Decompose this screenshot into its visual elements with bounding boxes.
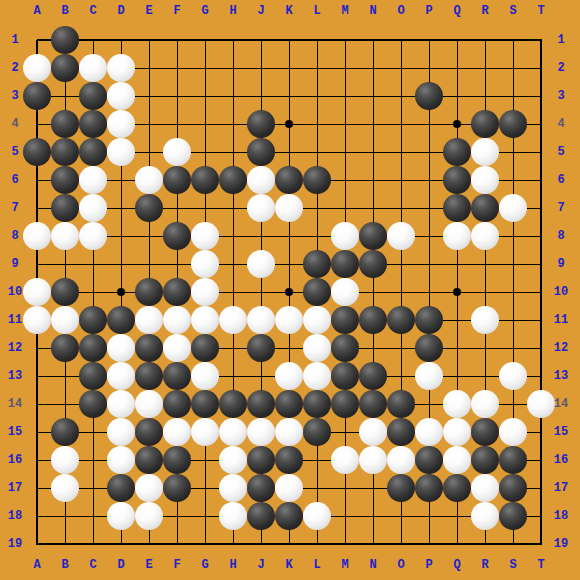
black-stone-R16[interactable]	[471, 446, 499, 474]
col-label-bottom-Q: Q	[453, 559, 460, 571]
black-stone-C4[interactable]	[79, 110, 107, 138]
row-label-right-12: 12	[554, 342, 568, 354]
white-stone-B8[interactable]	[51, 222, 79, 250]
white-stone-K7[interactable]	[275, 194, 303, 222]
black-stone-J17[interactable]	[247, 474, 275, 502]
black-stone-G14[interactable]	[191, 390, 219, 418]
black-stone-H14[interactable]	[219, 390, 247, 418]
row-label-left-16: 16	[8, 454, 22, 466]
black-stone-A3[interactable]	[23, 82, 51, 110]
white-stone-J6[interactable]	[247, 166, 275, 194]
white-stone-K11[interactable]	[275, 306, 303, 334]
white-stone-F15[interactable]	[163, 418, 191, 446]
black-stone-B4[interactable]	[51, 110, 79, 138]
white-stone-N15[interactable]	[359, 418, 387, 446]
white-stone-F5[interactable]	[163, 138, 191, 166]
col-label-bottom-K: K	[285, 559, 292, 571]
white-stone-D12[interactable]	[107, 334, 135, 362]
grid-vline	[540, 40, 542, 545]
row-label-right-14: 14	[554, 398, 568, 410]
white-stone-J9[interactable]	[247, 250, 275, 278]
row-label-right-2: 2	[557, 62, 564, 74]
col-label-top-A: A	[33, 5, 40, 17]
black-stone-P11[interactable]	[415, 306, 443, 334]
white-stone-E18[interactable]	[135, 502, 163, 530]
black-stone-M11[interactable]	[331, 306, 359, 334]
white-stone-P13[interactable]	[415, 362, 443, 390]
white-stone-Q15[interactable]	[443, 418, 471, 446]
col-label-top-D: D	[117, 5, 124, 17]
black-stone-J12[interactable]	[247, 334, 275, 362]
col-label-top-T: T	[537, 5, 544, 17]
black-stone-C14[interactable]	[79, 390, 107, 418]
black-stone-G12[interactable]	[191, 334, 219, 362]
white-stone-G10[interactable]	[191, 278, 219, 306]
col-label-top-M: M	[341, 5, 348, 17]
black-stone-E7[interactable]	[135, 194, 163, 222]
white-stone-T14[interactable]	[527, 390, 555, 418]
black-stone-P12[interactable]	[415, 334, 443, 362]
row-label-right-1: 1	[557, 34, 564, 46]
row-label-right-4: 4	[557, 118, 564, 130]
black-stone-A5[interactable]	[23, 138, 51, 166]
white-stone-D4[interactable]	[107, 110, 135, 138]
black-stone-P17[interactable]	[415, 474, 443, 502]
black-stone-E10[interactable]	[135, 278, 163, 306]
white-stone-M8[interactable]	[331, 222, 359, 250]
col-label-bottom-S: S	[509, 559, 516, 571]
white-stone-H17[interactable]	[219, 474, 247, 502]
black-stone-M13[interactable]	[331, 362, 359, 390]
white-stone-M16[interactable]	[331, 446, 359, 474]
white-stone-A10[interactable]	[23, 278, 51, 306]
white-stone-J15[interactable]	[247, 418, 275, 446]
black-stone-Q7[interactable]	[443, 194, 471, 222]
col-label-bottom-G: G	[201, 559, 208, 571]
black-stone-E15[interactable]	[135, 418, 163, 446]
col-label-bottom-R: R	[481, 559, 488, 571]
black-stone-B2[interactable]	[51, 54, 79, 82]
black-stone-O11[interactable]	[387, 306, 415, 334]
black-stone-Q5[interactable]	[443, 138, 471, 166]
col-label-bottom-B: B	[61, 559, 68, 571]
col-label-bottom-L: L	[313, 559, 320, 571]
row-label-left-5: 5	[11, 146, 18, 158]
col-label-top-F: F	[173, 5, 180, 17]
black-stone-F8[interactable]	[163, 222, 191, 250]
black-stone-P3[interactable]	[415, 82, 443, 110]
col-label-top-H: H	[229, 5, 236, 17]
black-stone-S18[interactable]	[499, 502, 527, 530]
white-stone-L13[interactable]	[303, 362, 331, 390]
col-label-bottom-F: F	[173, 559, 180, 571]
col-label-top-Q: Q	[453, 5, 460, 17]
white-stone-C2[interactable]	[79, 54, 107, 82]
white-stone-G8[interactable]	[191, 222, 219, 250]
white-stone-C8[interactable]	[79, 222, 107, 250]
white-stone-E14[interactable]	[135, 390, 163, 418]
black-stone-O15[interactable]	[387, 418, 415, 446]
row-label-left-11: 11	[8, 314, 22, 326]
black-stone-O14[interactable]	[387, 390, 415, 418]
white-stone-R18[interactable]	[471, 502, 499, 530]
white-stone-F11[interactable]	[163, 306, 191, 334]
white-stone-G9[interactable]	[191, 250, 219, 278]
black-stone-D17[interactable]	[107, 474, 135, 502]
row-label-right-11: 11	[554, 314, 568, 326]
black-stone-F17[interactable]	[163, 474, 191, 502]
hoshi-point-Q10	[453, 288, 461, 296]
black-stone-G6[interactable]	[191, 166, 219, 194]
black-stone-M14[interactable]	[331, 390, 359, 418]
black-stone-C5[interactable]	[79, 138, 107, 166]
col-label-top-N: N	[369, 5, 376, 17]
col-label-top-R: R	[481, 5, 488, 17]
col-label-bottom-J: J	[257, 559, 264, 571]
black-stone-M9[interactable]	[331, 250, 359, 278]
row-label-left-7: 7	[11, 202, 18, 214]
white-stone-G11[interactable]	[191, 306, 219, 334]
black-stone-C12[interactable]	[79, 334, 107, 362]
white-stone-N16[interactable]	[359, 446, 387, 474]
col-label-top-B: B	[61, 5, 68, 17]
white-stone-R11[interactable]	[471, 306, 499, 334]
row-label-left-1: 1	[11, 34, 18, 46]
row-label-left-10: 10	[8, 286, 22, 298]
row-label-left-6: 6	[11, 174, 18, 186]
col-label-bottom-N: N	[369, 559, 376, 571]
black-stone-H6[interactable]	[219, 166, 247, 194]
white-stone-K15[interactable]	[275, 418, 303, 446]
row-label-left-13: 13	[8, 370, 22, 382]
black-stone-E16[interactable]	[135, 446, 163, 474]
col-label-top-E: E	[145, 5, 152, 17]
black-stone-B10[interactable]	[51, 278, 79, 306]
white-stone-H15[interactable]	[219, 418, 247, 446]
row-label-right-18: 18	[554, 510, 568, 522]
row-label-right-5: 5	[557, 146, 564, 158]
black-stone-S16[interactable]	[499, 446, 527, 474]
white-stone-F12[interactable]	[163, 334, 191, 362]
hoshi-point-K10	[285, 288, 293, 296]
black-stone-N11[interactable]	[359, 306, 387, 334]
black-stone-C3[interactable]	[79, 82, 107, 110]
black-stone-J18[interactable]	[247, 502, 275, 530]
col-label-bottom-P: P	[425, 559, 432, 571]
black-stone-C13[interactable]	[79, 362, 107, 390]
col-label-bottom-T: T	[537, 559, 544, 571]
col-label-top-S: S	[509, 5, 516, 17]
black-stone-J16[interactable]	[247, 446, 275, 474]
black-stone-E12[interactable]	[135, 334, 163, 362]
row-label-left-3: 3	[11, 90, 18, 102]
col-label-bottom-C: C	[89, 559, 96, 571]
white-stone-D15[interactable]	[107, 418, 135, 446]
go-board[interactable]: AABBCCDDEEFFGGHHJJKKLLMMNNOOPPQQRRSSTT11…	[0, 0, 580, 580]
black-stone-K14[interactable]	[275, 390, 303, 418]
white-stone-K17[interactable]	[275, 474, 303, 502]
black-stone-B15[interactable]	[51, 418, 79, 446]
white-stone-E6[interactable]	[135, 166, 163, 194]
col-label-bottom-E: E	[145, 559, 152, 571]
white-stone-Q14[interactable]	[443, 390, 471, 418]
black-stone-S4[interactable]	[499, 110, 527, 138]
white-stone-R17[interactable]	[471, 474, 499, 502]
row-label-left-19: 19	[8, 538, 22, 550]
hoshi-point-K4	[285, 120, 293, 128]
white-stone-B11[interactable]	[51, 306, 79, 334]
black-stone-J4[interactable]	[247, 110, 275, 138]
white-stone-C7[interactable]	[79, 194, 107, 222]
black-stone-B1[interactable]	[51, 26, 79, 54]
black-stone-N8[interactable]	[359, 222, 387, 250]
white-stone-P15[interactable]	[415, 418, 443, 446]
black-stone-L6[interactable]	[303, 166, 331, 194]
black-stone-N13[interactable]	[359, 362, 387, 390]
white-stone-D2[interactable]	[107, 54, 135, 82]
row-label-right-19: 19	[554, 538, 568, 550]
black-stone-R4[interactable]	[471, 110, 499, 138]
black-stone-R7[interactable]	[471, 194, 499, 222]
col-label-top-J: J	[257, 5, 264, 17]
black-stone-L10[interactable]	[303, 278, 331, 306]
white-stone-D14[interactable]	[107, 390, 135, 418]
white-stone-G15[interactable]	[191, 418, 219, 446]
white-stone-C6[interactable]	[79, 166, 107, 194]
row-label-right-16: 16	[554, 454, 568, 466]
black-stone-L9[interactable]	[303, 250, 331, 278]
row-label-left-14: 14	[8, 398, 22, 410]
black-stone-Q6[interactable]	[443, 166, 471, 194]
row-label-left-18: 18	[8, 510, 22, 522]
row-label-left-15: 15	[8, 426, 22, 438]
col-label-top-C: C	[89, 5, 96, 17]
row-label-right-13: 13	[554, 370, 568, 382]
black-stone-D11[interactable]	[107, 306, 135, 334]
white-stone-R5[interactable]	[471, 138, 499, 166]
black-stone-B12[interactable]	[51, 334, 79, 362]
white-stone-A11[interactable]	[23, 306, 51, 334]
black-stone-S17[interactable]	[499, 474, 527, 502]
black-stone-F6[interactable]	[163, 166, 191, 194]
col-label-top-G: G	[201, 5, 208, 17]
black-stone-E13[interactable]	[135, 362, 163, 390]
black-stone-F16[interactable]	[163, 446, 191, 474]
white-stone-D3[interactable]	[107, 82, 135, 110]
row-label-left-8: 8	[11, 230, 18, 242]
white-stone-B17[interactable]	[51, 474, 79, 502]
col-label-bottom-A: A	[33, 559, 40, 571]
white-stone-A2[interactable]	[23, 54, 51, 82]
white-stone-D16[interactable]	[107, 446, 135, 474]
black-stone-B7[interactable]	[51, 194, 79, 222]
black-stone-B6[interactable]	[51, 166, 79, 194]
hoshi-point-D10	[117, 288, 125, 296]
black-stone-K6[interactable]	[275, 166, 303, 194]
white-stone-S7[interactable]	[499, 194, 527, 222]
black-stone-L15[interactable]	[303, 418, 331, 446]
white-stone-L18[interactable]	[303, 502, 331, 530]
row-label-right-15: 15	[554, 426, 568, 438]
row-label-right-10: 10	[554, 286, 568, 298]
col-label-bottom-H: H	[229, 559, 236, 571]
white-stone-O16[interactable]	[387, 446, 415, 474]
white-stone-H18[interactable]	[219, 502, 247, 530]
white-stone-M10[interactable]	[331, 278, 359, 306]
white-stone-E11[interactable]	[135, 306, 163, 334]
black-stone-B5[interactable]	[51, 138, 79, 166]
white-stone-J11[interactable]	[247, 306, 275, 334]
white-stone-D13[interactable]	[107, 362, 135, 390]
row-label-left-12: 12	[8, 342, 22, 354]
white-stone-D18[interactable]	[107, 502, 135, 530]
black-stone-J5[interactable]	[247, 138, 275, 166]
row-label-right-7: 7	[557, 202, 564, 214]
black-stone-O17[interactable]	[387, 474, 415, 502]
row-label-right-9: 9	[557, 258, 564, 270]
col-label-top-P: P	[425, 5, 432, 17]
white-stone-K13[interactable]	[275, 362, 303, 390]
white-stone-R8[interactable]	[471, 222, 499, 250]
white-stone-L11[interactable]	[303, 306, 331, 334]
black-stone-F10[interactable]	[163, 278, 191, 306]
black-stone-R15[interactable]	[471, 418, 499, 446]
col-label-bottom-O: O	[397, 559, 404, 571]
black-stone-C11[interactable]	[79, 306, 107, 334]
white-stone-J7[interactable]	[247, 194, 275, 222]
white-stone-D5[interactable]	[107, 138, 135, 166]
white-stone-B16[interactable]	[51, 446, 79, 474]
grid-hline	[37, 543, 542, 545]
row-label-left-17: 17	[8, 482, 22, 494]
black-stone-N9[interactable]	[359, 250, 387, 278]
white-stone-Q8[interactable]	[443, 222, 471, 250]
row-label-left-9: 9	[11, 258, 18, 270]
white-stone-S15[interactable]	[499, 418, 527, 446]
black-stone-M12[interactable]	[331, 334, 359, 362]
black-stone-J14[interactable]	[247, 390, 275, 418]
black-stone-K18[interactable]	[275, 502, 303, 530]
row-label-right-8: 8	[557, 230, 564, 242]
col-label-bottom-M: M	[341, 559, 348, 571]
white-stone-R14[interactable]	[471, 390, 499, 418]
white-stone-H16[interactable]	[219, 446, 247, 474]
black-stone-L14[interactable]	[303, 390, 331, 418]
row-label-right-6: 6	[557, 174, 564, 186]
row-label-left-2: 2	[11, 62, 18, 74]
black-stone-F14[interactable]	[163, 390, 191, 418]
hoshi-point-Q4	[453, 120, 461, 128]
white-stone-O8[interactable]	[387, 222, 415, 250]
col-label-top-L: L	[313, 5, 320, 17]
row-label-left-4: 4	[11, 118, 18, 130]
black-stone-Q17[interactable]	[443, 474, 471, 502]
black-stone-K16[interactable]	[275, 446, 303, 474]
white-stone-R6[interactable]	[471, 166, 499, 194]
white-stone-G13[interactable]	[191, 362, 219, 390]
white-stone-Q16[interactable]	[443, 446, 471, 474]
black-stone-N14[interactable]	[359, 390, 387, 418]
white-stone-L12[interactable]	[303, 334, 331, 362]
white-stone-H11[interactable]	[219, 306, 247, 334]
col-label-bottom-D: D	[117, 559, 124, 571]
col-label-top-O: O	[397, 5, 404, 17]
black-stone-P16[interactable]	[415, 446, 443, 474]
white-stone-S13[interactable]	[499, 362, 527, 390]
col-label-top-K: K	[285, 5, 292, 17]
row-label-right-17: 17	[554, 482, 568, 494]
white-stone-A8[interactable]	[23, 222, 51, 250]
white-stone-E17[interactable]	[135, 474, 163, 502]
black-stone-F13[interactable]	[163, 362, 191, 390]
row-label-right-3: 3	[557, 90, 564, 102]
